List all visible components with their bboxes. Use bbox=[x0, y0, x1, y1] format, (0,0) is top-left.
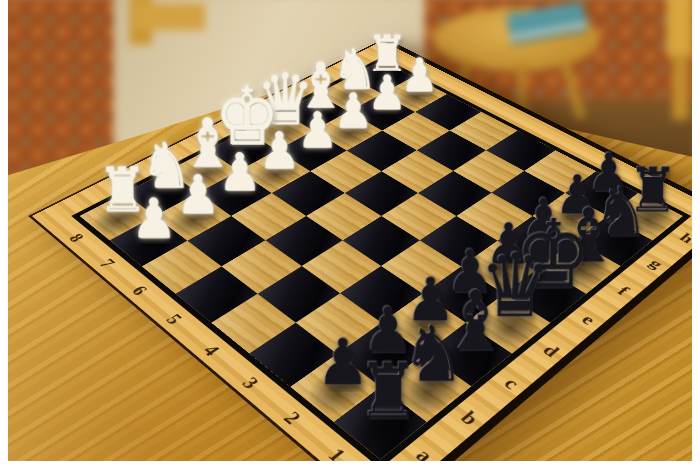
file-label-h: h bbox=[672, 228, 692, 248]
rank-label-7: 7 bbox=[92, 253, 123, 274]
black-rook[interactable]: ♜ bbox=[339, 298, 437, 427]
white-pawn[interactable]: ♟ bbox=[112, 136, 195, 244]
file-label-d: d bbox=[534, 338, 568, 363]
rank-label-3: 3 bbox=[233, 370, 268, 397]
file-label-f: f bbox=[607, 280, 639, 302]
file-label-e: e bbox=[572, 308, 605, 331]
file-label-b: b bbox=[451, 404, 487, 432]
room-scene: ♜♞♝♚♛♝♞♜♟♟♟♟♟♟♟♟♟♟♟♟♟♟♟♟♜♞♝♛♚♝♞♜ 8765432… bbox=[8, 0, 692, 461]
right-chair bbox=[666, 0, 692, 57]
rank-label-2: 2 bbox=[274, 404, 310, 432]
rank-label-4: 4 bbox=[194, 338, 228, 363]
file-label-g: g bbox=[640, 254, 671, 275]
white-pawn-glyph: ♟ bbox=[131, 192, 177, 244]
file-label-c: c bbox=[494, 370, 529, 397]
rank-label-6: 6 bbox=[124, 280, 156, 302]
left-chair-rail bbox=[134, 4, 205, 31]
rank-label-5: 5 bbox=[158, 308, 191, 331]
square-a1[interactable]: ♜ bbox=[334, 387, 427, 460]
file-label-a: a bbox=[405, 441, 443, 461]
rank-label-8: 8 bbox=[61, 228, 91, 248]
screenshot-canvas: ♜♞♝♚♛♝♞♜♟♟♟♟♟♟♟♟♟♟♟♟♟♟♟♟♜♞♝♛♚♝♞♜ 8765432… bbox=[0, 0, 700, 467]
right-chair-leg bbox=[672, 55, 688, 120]
black-rook-glyph: ♜ bbox=[357, 357, 420, 428]
